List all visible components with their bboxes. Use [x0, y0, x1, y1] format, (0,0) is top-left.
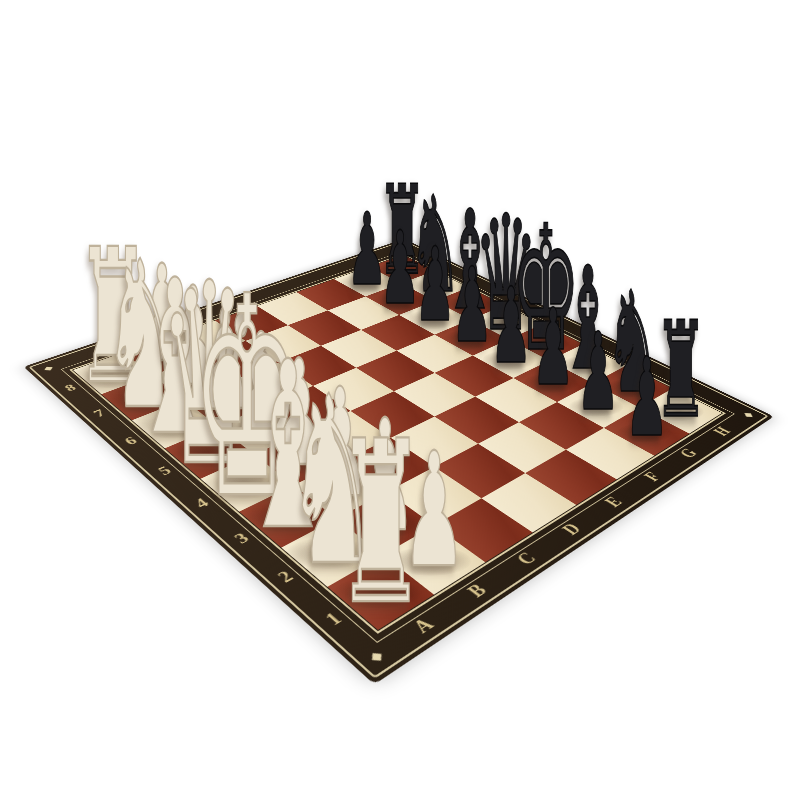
corner-marker: ◆ [384, 239, 423, 255]
chess-board: 12345678ABCDEFGH◆◆◆◆ [23, 239, 773, 685]
board-grid [73, 255, 722, 630]
product-photo: 12345678ABCDEFGH◆◆◆◆ ♜♞♝♛♚♝♞♜♟♟♟♟♟♟♟♟♜♞♝… [0, 0, 800, 800]
